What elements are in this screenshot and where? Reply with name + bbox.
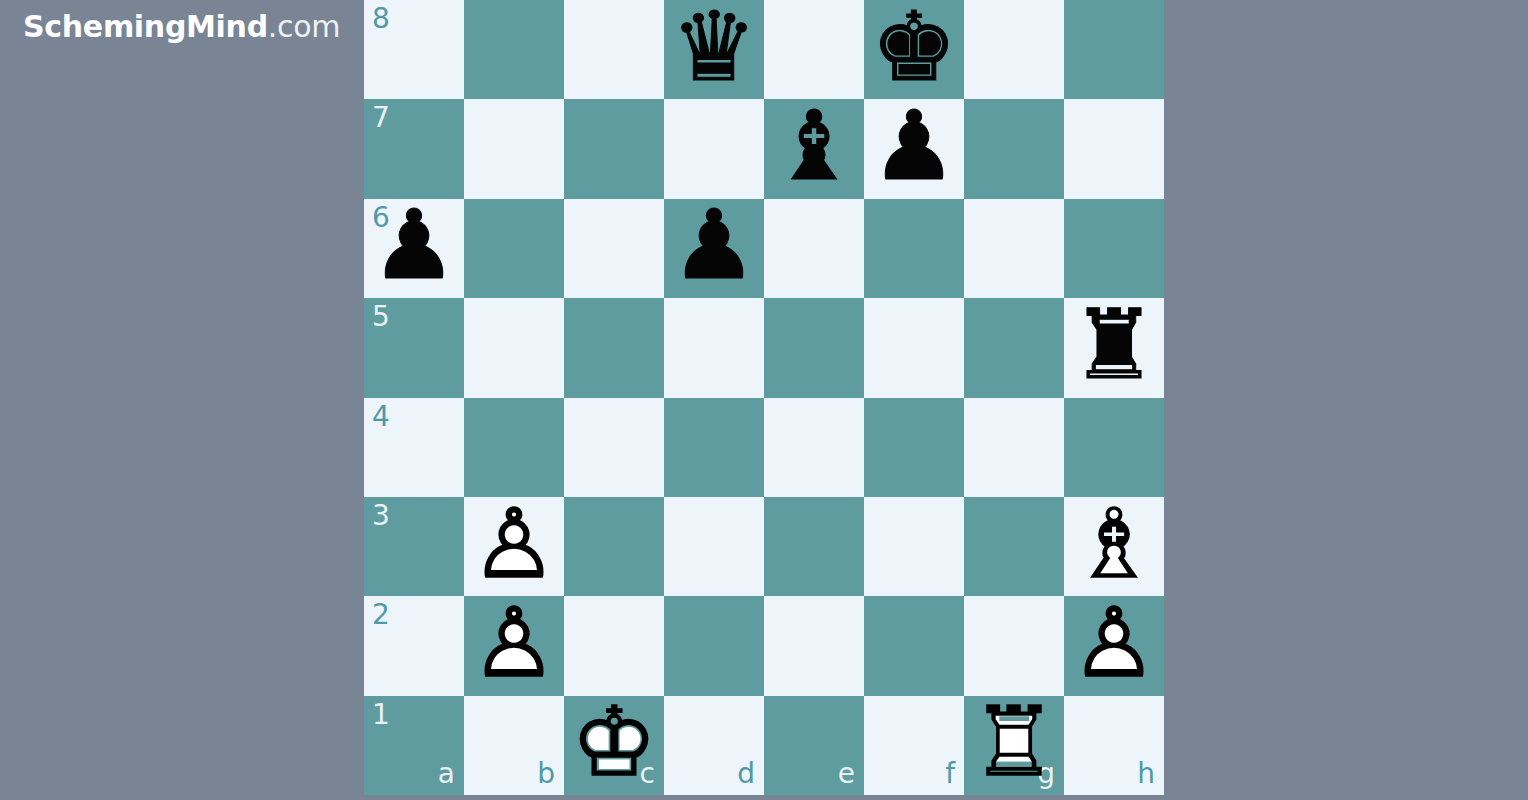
square-h6[interactable] <box>1064 199 1164 298</box>
square-b2[interactable]: ♟♙ <box>464 596 564 695</box>
square-d3[interactable] <box>664 497 764 596</box>
square-g1[interactable]: g♜♖ <box>964 696 1064 795</box>
rank-label-3: 3 <box>372 502 390 530</box>
file-label-d: d <box>737 760 755 788</box>
chess-board: 8♛♚7♝♟6♟♟5♜43♟♙♝♗2♟♙♟♙1abc♚♔defg♜♖h <box>364 0 1164 795</box>
square-h8[interactable] <box>1064 0 1164 99</box>
square-b4[interactable] <box>464 398 564 497</box>
square-h1[interactable]: h <box>1064 696 1164 795</box>
square-a1[interactable]: 1a <box>364 696 464 795</box>
piece-black-bishop-e7[interactable]: ♝ <box>764 99 864 198</box>
square-g8[interactable] <box>964 0 1064 99</box>
square-g6[interactable] <box>964 199 1064 298</box>
square-d7[interactable] <box>664 99 764 198</box>
piece-white-pawn-b3[interactable]: ♟♙ <box>464 497 564 596</box>
rank-label-7: 7 <box>372 104 390 132</box>
square-b6[interactable] <box>464 199 564 298</box>
square-c5[interactable] <box>564 298 664 397</box>
square-a2[interactable]: 2 <box>364 596 464 695</box>
square-f1[interactable]: f <box>864 696 964 795</box>
rank-label-8: 8 <box>372 5 390 33</box>
rank-label-2: 2 <box>372 601 390 629</box>
square-h4[interactable] <box>1064 398 1164 497</box>
square-e2[interactable] <box>764 596 864 695</box>
white-pawn-outline-icon: ♙ <box>471 496 557 592</box>
piece-white-bishop-h3[interactable]: ♝♗ <box>1064 497 1164 596</box>
file-label-h: h <box>1137 760 1155 788</box>
piece-black-rook-h5[interactable]: ♜ <box>1064 298 1164 397</box>
file-label-e: e <box>838 760 855 788</box>
square-g4[interactable] <box>964 398 1064 497</box>
square-d1[interactable]: d <box>664 696 764 795</box>
white-pawn-outline-icon: ♙ <box>1071 595 1157 691</box>
piece-black-king-f8[interactable]: ♚ <box>864 0 964 99</box>
site-logo[interactable]: SchemingMind.com <box>23 8 340 46</box>
square-e6[interactable] <box>764 199 864 298</box>
square-e7[interactable]: ♝ <box>764 99 864 198</box>
square-e8[interactable] <box>764 0 864 99</box>
square-e4[interactable] <box>764 398 864 497</box>
square-a3[interactable]: 3 <box>364 497 464 596</box>
square-f7[interactable]: ♟ <box>864 99 964 198</box>
square-h3[interactable]: ♝♗ <box>1064 497 1164 596</box>
piece-black-queen-d8[interactable]: ♛ <box>664 0 764 99</box>
black-bishop-icon: ♝ <box>771 98 857 194</box>
black-king-icon: ♚ <box>871 0 957 95</box>
square-g7[interactable] <box>964 99 1064 198</box>
square-f4[interactable] <box>864 398 964 497</box>
square-h2[interactable]: ♟♙ <box>1064 596 1164 695</box>
piece-black-pawn-a6[interactable]: ♟ <box>364 199 464 298</box>
black-pawn-icon: ♟ <box>671 197 757 293</box>
square-e3[interactable] <box>764 497 864 596</box>
piece-black-pawn-d6[interactable]: ♟ <box>664 199 764 298</box>
piece-white-king-c1[interactable]: ♚♔ <box>564 696 664 795</box>
square-c7[interactable] <box>564 99 664 198</box>
square-g5[interactable] <box>964 298 1064 397</box>
rank-label-1: 1 <box>372 701 390 729</box>
square-b5[interactable] <box>464 298 564 397</box>
square-a5[interactable]: 5 <box>364 298 464 397</box>
square-a8[interactable]: 8 <box>364 0 464 99</box>
square-d5[interactable] <box>664 298 764 397</box>
square-c3[interactable] <box>564 497 664 596</box>
file-label-a: a <box>438 760 455 788</box>
square-d8[interactable]: ♛ <box>664 0 764 99</box>
white-bishop-outline-icon: ♗ <box>1071 496 1157 592</box>
file-label-b: b <box>537 760 555 788</box>
black-pawn-icon: ♟ <box>871 98 957 194</box>
piece-black-pawn-f7[interactable]: ♟ <box>864 99 964 198</box>
square-g2[interactable] <box>964 596 1064 695</box>
square-c6[interactable] <box>564 199 664 298</box>
square-e5[interactable] <box>764 298 864 397</box>
square-d4[interactable] <box>664 398 764 497</box>
square-b8[interactable] <box>464 0 564 99</box>
site-logo-brand: SchemingMind <box>23 9 268 44</box>
square-d2[interactable] <box>664 596 764 695</box>
rank-label-4: 4 <box>372 403 390 431</box>
square-f2[interactable] <box>864 596 964 695</box>
white-rook-outline-icon: ♖ <box>971 694 1057 790</box>
black-queen-icon: ♛ <box>671 0 757 95</box>
piece-white-pawn-b2[interactable]: ♟♙ <box>464 596 564 695</box>
site-logo-suffix: .com <box>268 9 340 44</box>
square-b3[interactable]: ♟♙ <box>464 497 564 596</box>
white-king-outline-icon: ♔ <box>571 694 657 790</box>
square-b7[interactable] <box>464 99 564 198</box>
square-c2[interactable] <box>564 596 664 695</box>
piece-white-rook-g1[interactable]: ♜♖ <box>964 696 1064 795</box>
square-g3[interactable] <box>964 497 1064 596</box>
rank-label-5: 5 <box>372 303 390 331</box>
square-f5[interactable] <box>864 298 964 397</box>
square-a6[interactable]: 6♟ <box>364 199 464 298</box>
black-pawn-icon: ♟ <box>371 197 457 293</box>
square-f3[interactable] <box>864 497 964 596</box>
square-f8[interactable]: ♚ <box>864 0 964 99</box>
black-rook-icon: ♜ <box>1071 297 1157 393</box>
square-a7[interactable]: 7 <box>364 99 464 198</box>
square-h5[interactable]: ♜ <box>1064 298 1164 397</box>
square-a4[interactable]: 4 <box>364 398 464 497</box>
white-pawn-outline-icon: ♙ <box>471 595 557 691</box>
square-b1[interactable]: b <box>464 696 564 795</box>
piece-white-pawn-h2[interactable]: ♟♙ <box>1064 596 1164 695</box>
file-label-f: f <box>945 760 955 788</box>
square-c4[interactable] <box>564 398 664 497</box>
square-h7[interactable] <box>1064 99 1164 198</box>
square-d6[interactable]: ♟ <box>664 199 764 298</box>
square-f6[interactable] <box>864 199 964 298</box>
square-e1[interactable]: e <box>764 696 864 795</box>
square-c8[interactable] <box>564 0 664 99</box>
square-c1[interactable]: c♚♔ <box>564 696 664 795</box>
